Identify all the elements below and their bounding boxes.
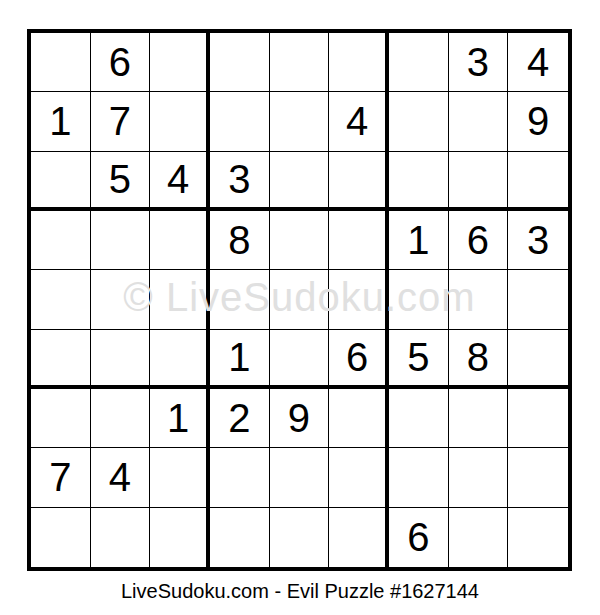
cell-r9c7[interactable]: 6 — [389, 508, 449, 567]
cell-r9c4[interactable] — [210, 508, 270, 567]
cell-r2c9[interactable]: 9 — [508, 92, 568, 151]
cell-r5c7[interactable] — [389, 270, 449, 329]
cell-r4c7[interactable]: 1 — [389, 211, 449, 270]
cell-r3c1[interactable] — [31, 152, 91, 211]
sudoku-board: 634174954381631658129746 — [27, 29, 572, 571]
cell-r1c6[interactable] — [329, 33, 389, 92]
cell-r4c2[interactable] — [91, 211, 151, 270]
cell-r5c9[interactable] — [508, 270, 568, 329]
cell-r7c4[interactable]: 2 — [210, 389, 270, 448]
cell-r3c2[interactable]: 5 — [91, 152, 151, 211]
cell-r6c7[interactable]: 5 — [389, 330, 449, 389]
cell-r7c3[interactable]: 1 — [150, 389, 210, 448]
cell-r6c2[interactable] — [91, 330, 151, 389]
sudoku-page: 634174954381631658129746 © LiveSudoku.co… — [0, 0, 600, 615]
cell-r6c8[interactable]: 8 — [449, 330, 509, 389]
cell-r8c1[interactable]: 7 — [31, 448, 91, 507]
caption: LiveSudoku.com - Evil Puzzle #1627144 — [0, 580, 600, 603]
cell-r9c1[interactable] — [31, 508, 91, 567]
cell-r6c6[interactable]: 6 — [329, 330, 389, 389]
cell-r7c8[interactable] — [449, 389, 509, 448]
cell-r9c3[interactable] — [150, 508, 210, 567]
cell-r8c8[interactable] — [449, 448, 509, 507]
cell-r2c3[interactable] — [150, 92, 210, 151]
cell-r8c2[interactable]: 4 — [91, 448, 151, 507]
cell-r1c2[interactable]: 6 — [91, 33, 151, 92]
cell-r5c6[interactable] — [329, 270, 389, 329]
cell-r4c1[interactable] — [31, 211, 91, 270]
cell-r2c8[interactable] — [449, 92, 509, 151]
cell-r8c4[interactable] — [210, 448, 270, 507]
cell-r7c9[interactable] — [508, 389, 568, 448]
cell-r5c2[interactable] — [91, 270, 151, 329]
cell-r4c8[interactable]: 6 — [449, 211, 509, 270]
cell-r5c5[interactable] — [270, 270, 330, 329]
cell-r9c9[interactable] — [508, 508, 568, 567]
cell-r4c3[interactable] — [150, 211, 210, 270]
cell-r2c1[interactable]: 1 — [31, 92, 91, 151]
cell-r6c3[interactable] — [150, 330, 210, 389]
cell-r2c7[interactable] — [389, 92, 449, 151]
cell-r2c6[interactable]: 4 — [329, 92, 389, 151]
cell-r8c3[interactable] — [150, 448, 210, 507]
cell-r9c6[interactable] — [329, 508, 389, 567]
cell-r7c5[interactable]: 9 — [270, 389, 330, 448]
cell-r9c2[interactable] — [91, 508, 151, 567]
cell-r1c1[interactable] — [31, 33, 91, 92]
cell-r1c9[interactable]: 4 — [508, 33, 568, 92]
cell-r1c7[interactable] — [389, 33, 449, 92]
cell-r1c4[interactable] — [210, 33, 270, 92]
cell-r3c6[interactable] — [329, 152, 389, 211]
cell-r2c5[interactable] — [270, 92, 330, 151]
cell-r6c4[interactable]: 1 — [210, 330, 270, 389]
cell-r9c5[interactable] — [270, 508, 330, 567]
cell-r9c8[interactable] — [449, 508, 509, 567]
cell-r1c8[interactable]: 3 — [449, 33, 509, 92]
cell-r3c7[interactable] — [389, 152, 449, 211]
cell-r1c3[interactable] — [150, 33, 210, 92]
cell-r3c8[interactable] — [449, 152, 509, 211]
cell-r5c1[interactable] — [31, 270, 91, 329]
cell-r2c2[interactable]: 7 — [91, 92, 151, 151]
cell-r8c9[interactable] — [508, 448, 568, 507]
cell-r4c5[interactable] — [270, 211, 330, 270]
cell-r3c5[interactable] — [270, 152, 330, 211]
cell-r1c5[interactable] — [270, 33, 330, 92]
cell-r6c1[interactable] — [31, 330, 91, 389]
cell-r2c4[interactable] — [210, 92, 270, 151]
cell-r5c3[interactable] — [150, 270, 210, 329]
cell-r5c4[interactable] — [210, 270, 270, 329]
cell-r7c6[interactable] — [329, 389, 389, 448]
cell-r8c7[interactable] — [389, 448, 449, 507]
cell-r7c2[interactable] — [91, 389, 151, 448]
cell-r4c9[interactable]: 3 — [508, 211, 568, 270]
cell-r8c6[interactable] — [329, 448, 389, 507]
cell-r6c5[interactable] — [270, 330, 330, 389]
cell-r5c8[interactable] — [449, 270, 509, 329]
cell-r3c3[interactable]: 4 — [150, 152, 210, 211]
cell-r4c6[interactable] — [329, 211, 389, 270]
cell-r6c9[interactable] — [508, 330, 568, 389]
cell-r3c4[interactable]: 3 — [210, 152, 270, 211]
cell-r4c4[interactable]: 8 — [210, 211, 270, 270]
cell-r8c5[interactable] — [270, 448, 330, 507]
cell-r7c7[interactable] — [389, 389, 449, 448]
cell-r3c9[interactable] — [508, 152, 568, 211]
cell-r7c1[interactable] — [31, 389, 91, 448]
